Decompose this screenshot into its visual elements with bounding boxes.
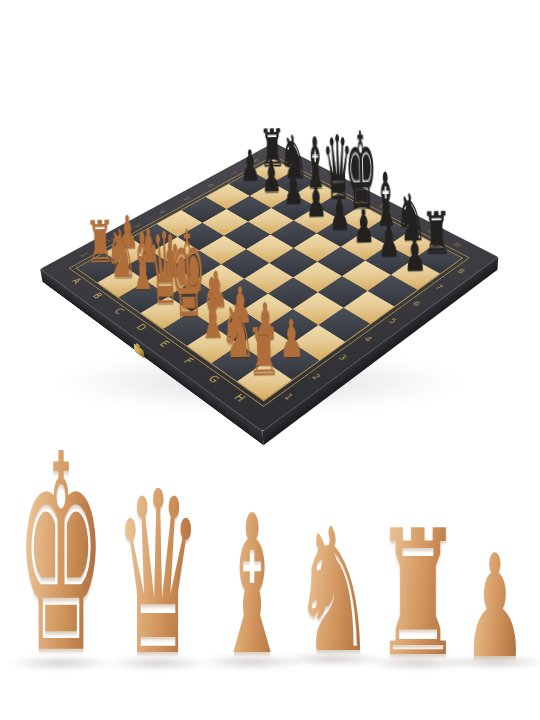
white-pawn: ♟	[279, 313, 305, 366]
display-queen-glyph: ♛	[114, 484, 202, 664]
board-frame: ABCDEFGH ABCDEFGH 87654321 87654321 ♜♞♝♛…	[40, 143, 498, 432]
display-pawn-glyph: ♟	[463, 549, 526, 663]
piece-anchor: ♜	[245, 380, 284, 381]
black-pawn: ♟	[305, 178, 327, 223]
piece-anchor: ♟	[372, 259, 406, 260]
brass-clasp-icon	[133, 343, 144, 358]
piece-anchor: ♟	[324, 232, 357, 233]
black-pawn: ♟	[240, 144, 261, 187]
black-rook: ♜	[421, 205, 452, 264]
display-king-glyph: ♚	[17, 446, 106, 664]
piece-anchor: ♟	[300, 219, 332, 220]
piece-anchor: ♟	[398, 274, 433, 275]
chess-set-photo: ABCDEFGH ABCDEFGH 87654321 87654321 ♜♞♝♛…	[0, 0, 540, 720]
black-pawn: ♟	[328, 191, 350, 237]
black-pawn: ♟	[377, 216, 400, 263]
black-pawn: ♟	[283, 167, 305, 211]
display-rook-glyph: ♜	[374, 525, 463, 664]
black-pawn: ♟	[403, 230, 427, 278]
white-rook: ♜	[246, 319, 281, 386]
display-pieces-row: ♚♛♝♞♜♟	[0, 420, 540, 720]
black-pawn: ♟	[261, 155, 282, 199]
display-bishop-glyph: ♝	[216, 509, 287, 663]
piece-anchor: ♟	[348, 246, 381, 247]
board-scene: ABCDEFGH ABCDEFGH 87654321 87654321 ♜♞♝♛…	[0, 0, 540, 437]
display-knight-glyph: ♞	[293, 523, 375, 660]
black-pawn: ♟	[352, 203, 375, 250]
